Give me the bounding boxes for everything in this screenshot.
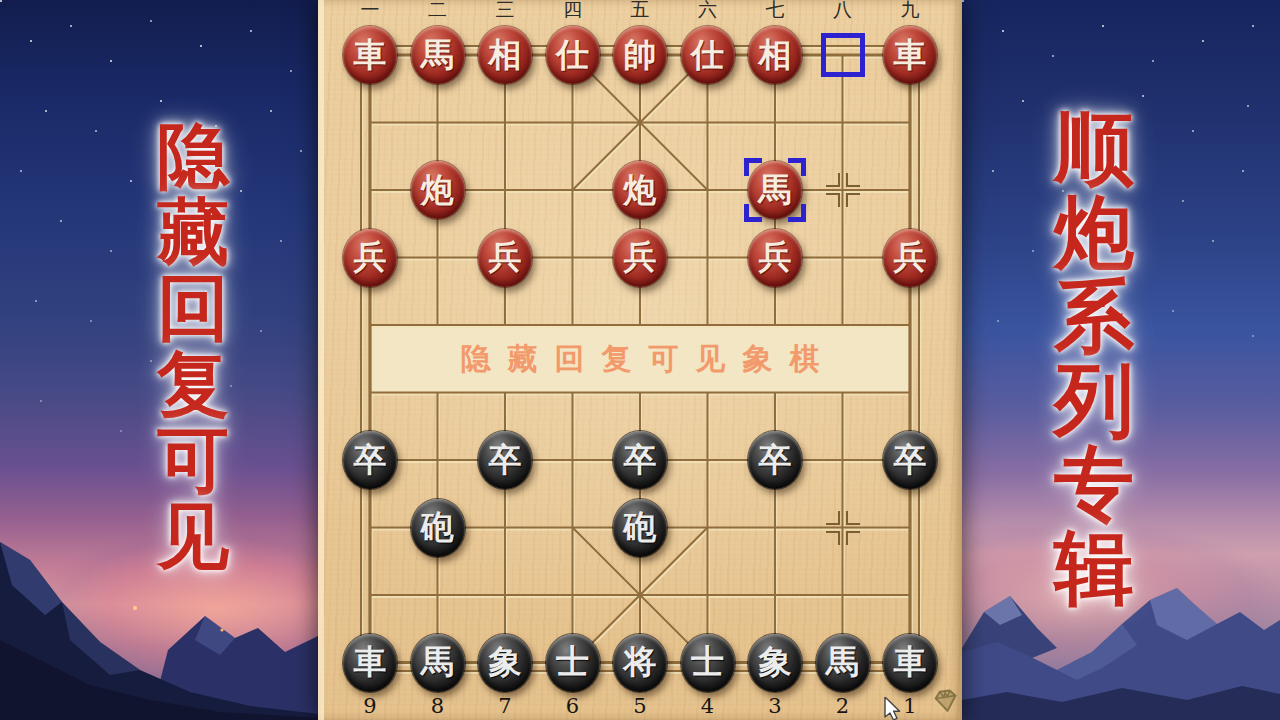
piece-black-chariot[interactable]: 車 bbox=[883, 634, 937, 692]
piece-glyph: 砲 bbox=[421, 505, 454, 550]
caption-char: 系 bbox=[1054, 274, 1134, 358]
caption-char: 炮 bbox=[1054, 190, 1134, 274]
caption-char: 复 bbox=[157, 346, 229, 422]
piece-glyph: 馬 bbox=[421, 640, 454, 685]
caption-char: 可 bbox=[157, 422, 229, 498]
caption-char: 见 bbox=[157, 498, 229, 574]
piece-black-soldier[interactable]: 卒 bbox=[748, 431, 802, 489]
piece-glyph: 仕 bbox=[691, 33, 724, 78]
piece-glyph: 相 bbox=[759, 33, 792, 78]
river-watermark-text: 隐藏回复可见象棋 bbox=[370, 325, 910, 392]
left-caption: 隐藏回复可见 bbox=[157, 118, 229, 574]
piece-black-soldier[interactable]: 卒 bbox=[343, 431, 397, 489]
piece-glyph: 炮 bbox=[421, 168, 454, 213]
piece-red-chariot[interactable]: 車 bbox=[883, 26, 937, 84]
caption-char: 回 bbox=[157, 270, 229, 346]
piece-glyph: 車 bbox=[894, 640, 927, 685]
piece-black-soldier[interactable]: 卒 bbox=[478, 431, 532, 489]
piece-black-advisor[interactable]: 士 bbox=[546, 634, 600, 692]
right-caption: 顺炮系列专辑 bbox=[1054, 106, 1134, 610]
piece-glyph: 兵 bbox=[354, 235, 387, 280]
piece-red-advisor[interactable]: 仕 bbox=[681, 26, 735, 84]
file-label-bottom: 5 bbox=[618, 694, 662, 718]
piece-black-soldier[interactable]: 卒 bbox=[883, 431, 937, 489]
piece-glyph: 象 bbox=[759, 640, 792, 685]
piece-glyph: 帥 bbox=[624, 33, 657, 78]
file-label-bottom: 9 bbox=[348, 694, 392, 718]
piece-glyph: 炮 bbox=[624, 168, 657, 213]
last-move-origin-marker bbox=[821, 33, 865, 77]
piece-glyph: 兵 bbox=[894, 235, 927, 280]
piece-black-chariot[interactable]: 車 bbox=[343, 634, 397, 692]
piece-red-soldier[interactable]: 兵 bbox=[748, 229, 802, 287]
piece-red-chariot[interactable]: 車 bbox=[343, 26, 397, 84]
file-label-bottom: 7 bbox=[483, 694, 527, 718]
piece-glyph: 車 bbox=[354, 640, 387, 685]
file-label-top: 七 bbox=[753, 0, 797, 23]
file-label-bottom: 2 bbox=[821, 694, 865, 718]
piece-glyph: 相 bbox=[489, 33, 522, 78]
piece-black-king[interactable]: 将 bbox=[613, 634, 667, 692]
screenshot-stage: 隐藏回复可见 顺炮系列专辑 隐藏回复可见象棋 一二三四五六七八九98765432… bbox=[0, 0, 1280, 720]
piece-black-elephant[interactable]: 象 bbox=[478, 634, 532, 692]
piece-glyph: 車 bbox=[354, 33, 387, 78]
file-label-top: 一 bbox=[348, 0, 392, 23]
caption-char: 隐 bbox=[157, 118, 229, 194]
selected-piece-marker bbox=[748, 161, 802, 219]
piece-glyph: 馬 bbox=[421, 33, 454, 78]
file-label-top: 四 bbox=[551, 0, 595, 23]
piece-red-soldier[interactable]: 兵 bbox=[343, 229, 397, 287]
piece-black-cannon[interactable]: 砲 bbox=[613, 499, 667, 557]
piece-red-cannon[interactable]: 炮 bbox=[613, 161, 667, 219]
caption-char: 藏 bbox=[157, 194, 229, 270]
piece-red-elephant[interactable]: 相 bbox=[478, 26, 532, 84]
piece-red-cannon[interactable]: 炮 bbox=[411, 161, 465, 219]
piece-black-advisor[interactable]: 士 bbox=[681, 634, 735, 692]
piece-glyph: 兵 bbox=[624, 235, 657, 280]
piece-glyph: 馬 bbox=[826, 640, 859, 685]
file-label-top: 三 bbox=[483, 0, 527, 23]
piece-glyph: 兵 bbox=[489, 235, 522, 280]
piece-black-soldier[interactable]: 卒 bbox=[613, 431, 667, 489]
piece-red-advisor[interactable]: 仕 bbox=[546, 26, 600, 84]
piece-glyph: 卒 bbox=[489, 438, 522, 483]
piece-black-horse[interactable]: 馬 bbox=[816, 634, 870, 692]
file-label-top: 二 bbox=[416, 0, 460, 23]
piece-red-soldier[interactable]: 兵 bbox=[478, 229, 532, 287]
piece-black-horse[interactable]: 馬 bbox=[411, 634, 465, 692]
piece-red-elephant[interactable]: 相 bbox=[748, 26, 802, 84]
file-label-bottom: 4 bbox=[686, 694, 730, 718]
caption-char: 辑 bbox=[1054, 526, 1134, 610]
piece-glyph: 仕 bbox=[556, 33, 589, 78]
file-label-top: 五 bbox=[618, 0, 662, 23]
piece-glyph: 士 bbox=[556, 640, 589, 685]
piece-glyph: 車 bbox=[894, 33, 927, 78]
piece-red-soldier[interactable]: 兵 bbox=[613, 229, 667, 287]
piece-red-horse[interactable]: 馬 bbox=[748, 161, 802, 219]
caption-char: 列 bbox=[1054, 358, 1134, 442]
piece-glyph: 将 bbox=[624, 640, 657, 685]
file-label-bottom: 3 bbox=[753, 694, 797, 718]
caption-char: 顺 bbox=[1054, 106, 1134, 190]
piece-red-king[interactable]: 帥 bbox=[613, 26, 667, 84]
mouse-cursor bbox=[884, 697, 908, 720]
piece-glyph: 兵 bbox=[759, 235, 792, 280]
piece-red-soldier[interactable]: 兵 bbox=[883, 229, 937, 287]
cannon-point-marker bbox=[821, 168, 865, 212]
piece-glyph: 士 bbox=[691, 640, 724, 685]
caption-char: 专 bbox=[1054, 442, 1134, 526]
cannon-point-marker bbox=[821, 506, 865, 550]
xiangqi-board[interactable]: 隐藏回复可见象棋 一二三四五六七八九987654321車馬相仕帥仕相車炮炮馬兵兵… bbox=[318, 0, 962, 720]
piece-glyph: 象 bbox=[489, 640, 522, 685]
piece-glyph: 卒 bbox=[894, 438, 927, 483]
piece-glyph: 卒 bbox=[759, 438, 792, 483]
file-label-top: 九 bbox=[888, 0, 932, 23]
file-label-bottom: 6 bbox=[551, 694, 595, 718]
piece-glyph: 砲 bbox=[624, 505, 657, 550]
file-label-top: 八 bbox=[821, 0, 865, 23]
piece-black-elephant[interactable]: 象 bbox=[748, 634, 802, 692]
file-label-bottom: 8 bbox=[416, 694, 460, 718]
piece-glyph: 卒 bbox=[624, 438, 657, 483]
file-label-top: 六 bbox=[686, 0, 730, 23]
piece-red-horse[interactable]: 馬 bbox=[411, 26, 465, 84]
gem-watermark-icon bbox=[932, 688, 960, 714]
piece-glyph: 卒 bbox=[354, 438, 387, 483]
piece-black-cannon[interactable]: 砲 bbox=[411, 499, 465, 557]
